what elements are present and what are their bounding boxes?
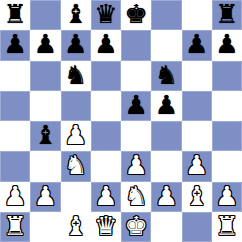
square-h4[interactable]: [212, 121, 242, 151]
square-d6[interactable]: [91, 61, 121, 91]
piece-white-pawn: ♟: [94, 183, 117, 209]
square-a6[interactable]: [0, 61, 30, 91]
piece-white-pawn: ♟: [155, 183, 178, 209]
square-c5[interactable]: [61, 91, 91, 121]
square-g3[interactable]: ♟: [182, 151, 212, 181]
square-b1[interactable]: [30, 212, 60, 242]
square-d1[interactable]: ♛: [91, 212, 121, 242]
square-c2[interactable]: [61, 182, 91, 212]
piece-white-pawn: ♟: [34, 183, 57, 209]
piece-white-bishop: ♝: [185, 183, 208, 209]
piece-black-rook: ♜: [3, 1, 26, 27]
square-d7[interactable]: ♟: [91, 30, 121, 60]
piece-white-rook: ♜: [215, 213, 238, 239]
square-g1[interactable]: [182, 212, 212, 242]
square-b4[interactable]: ♝: [30, 121, 60, 151]
piece-black-queen: ♛: [94, 1, 117, 27]
square-g2[interactable]: ♝: [182, 182, 212, 212]
piece-black-pawn: ♟: [64, 31, 87, 57]
square-f5[interactable]: ♟: [151, 91, 181, 121]
square-h2[interactable]: ♟: [212, 182, 242, 212]
square-e6[interactable]: [121, 61, 151, 91]
square-c1[interactable]: ♝: [61, 212, 91, 242]
piece-white-knight: ♞: [64, 152, 87, 178]
piece-black-rook: ♜: [215, 1, 238, 27]
piece-white-pawn: ♟: [185, 152, 208, 178]
square-b8[interactable]: [30, 0, 60, 30]
square-a8[interactable]: ♜: [0, 0, 30, 30]
square-e2[interactable]: ♞: [121, 182, 151, 212]
square-h6[interactable]: [212, 61, 242, 91]
square-d8[interactable]: ♛: [91, 0, 121, 30]
square-f2[interactable]: ♟: [151, 182, 181, 212]
square-f3[interactable]: [151, 151, 181, 181]
piece-black-pawn: ♟: [155, 92, 178, 118]
square-a5[interactable]: [0, 91, 30, 121]
square-h7[interactable]: ♟: [212, 30, 242, 60]
piece-black-pawn: ♟: [3, 31, 26, 57]
square-d3[interactable]: [91, 151, 121, 181]
square-h8[interactable]: ♜: [212, 0, 242, 30]
square-b6[interactable]: [30, 61, 60, 91]
square-b5[interactable]: [30, 91, 60, 121]
square-e1[interactable]: ♚: [121, 212, 151, 242]
square-e8[interactable]: ♚: [121, 0, 151, 30]
piece-white-queen: ♛: [94, 213, 117, 239]
square-f4[interactable]: [151, 121, 181, 151]
square-f1[interactable]: [151, 212, 181, 242]
square-h5[interactable]: [212, 91, 242, 121]
square-d5[interactable]: [91, 91, 121, 121]
piece-black-pawn: ♟: [185, 31, 208, 57]
square-g8[interactable]: [182, 0, 212, 30]
square-c6[interactable]: ♞: [61, 61, 91, 91]
piece-black-pawn: ♟: [94, 31, 117, 57]
piece-black-pawn: ♟: [215, 31, 238, 57]
square-h1[interactable]: ♜: [212, 212, 242, 242]
square-a2[interactable]: ♟: [0, 182, 30, 212]
square-g4[interactable]: [182, 121, 212, 151]
piece-white-rook: ♜: [3, 213, 26, 239]
piece-black-pawn: ♟: [34, 31, 57, 57]
square-f6[interactable]: ♞: [151, 61, 181, 91]
square-e7[interactable]: [121, 30, 151, 60]
square-b7[interactable]: ♟: [30, 30, 60, 60]
piece-white-pawn: ♟: [215, 183, 238, 209]
square-a1[interactable]: ♜: [0, 212, 30, 242]
square-b3[interactable]: [30, 151, 60, 181]
square-c4[interactable]: ♟: [61, 121, 91, 151]
square-e3[interactable]: ♟: [121, 151, 151, 181]
piece-black-knight: ♞: [64, 62, 87, 88]
piece-white-pawn: ♟: [64, 122, 87, 148]
square-d2[interactable]: ♟: [91, 182, 121, 212]
square-b2[interactable]: ♟: [30, 182, 60, 212]
piece-white-pawn: ♟: [124, 152, 147, 178]
piece-black-king: ♚: [124, 1, 147, 27]
square-e4[interactable]: [121, 121, 151, 151]
square-a3[interactable]: [0, 151, 30, 181]
piece-black-bishop: ♝: [64, 1, 87, 27]
piece-black-knight: ♞: [155, 62, 178, 88]
square-f8[interactable]: [151, 0, 181, 30]
piece-white-king: ♚: [124, 213, 147, 239]
piece-white-pawn: ♟: [3, 183, 26, 209]
piece-white-knight: ♞: [124, 183, 147, 209]
square-e5[interactable]: ♟: [121, 91, 151, 121]
square-c3[interactable]: ♞: [61, 151, 91, 181]
square-d4[interactable]: [91, 121, 121, 151]
chess-board: ♜♝♛♚♜♟♟♟♟♟♟♞♞♟♟♝♟♞♟♟♟♟♟♞♟♝♟♜♝♛♚♜: [0, 0, 242, 242]
piece-black-bishop: ♝: [34, 122, 57, 148]
square-c8[interactable]: ♝: [61, 0, 91, 30]
square-a7[interactable]: ♟: [0, 30, 30, 60]
square-c7[interactable]: ♟: [61, 30, 91, 60]
piece-black-pawn: ♟: [124, 92, 147, 118]
square-g7[interactable]: ♟: [182, 30, 212, 60]
square-a4[interactable]: [0, 121, 30, 151]
square-f7[interactable]: [151, 30, 181, 60]
piece-white-bishop: ♝: [64, 213, 87, 239]
square-g6[interactable]: [182, 61, 212, 91]
square-h3[interactable]: [212, 151, 242, 181]
square-g5[interactable]: [182, 91, 212, 121]
